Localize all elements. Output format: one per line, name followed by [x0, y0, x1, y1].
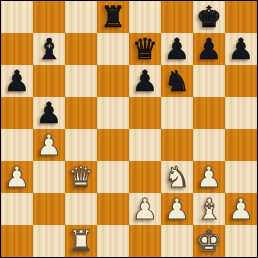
square-a4[interactable] — [1, 129, 33, 161]
square-g8[interactable]: ♚ — [193, 1, 225, 33]
white-knight[interactable]: ♞ — [161, 161, 193, 193]
square-b1[interactable] — [33, 225, 65, 257]
square-h8[interactable] — [225, 1, 257, 33]
square-c3[interactable]: ♛ — [65, 161, 97, 193]
square-b8[interactable] — [33, 1, 65, 33]
square-e6[interactable]: ♟ — [129, 65, 161, 97]
square-b2[interactable] — [33, 193, 65, 225]
white-pawn[interactable]: ♟ — [161, 193, 193, 225]
square-f8[interactable] — [161, 1, 193, 33]
square-c2[interactable] — [65, 193, 97, 225]
square-e4[interactable] — [129, 129, 161, 161]
square-a5[interactable] — [1, 97, 33, 129]
square-d5[interactable] — [97, 97, 129, 129]
square-d7[interactable] — [97, 33, 129, 65]
square-f3[interactable]: ♞ — [161, 161, 193, 193]
square-h1[interactable] — [225, 225, 257, 257]
square-d8[interactable]: ♜ — [97, 1, 129, 33]
white-king[interactable]: ♚ — [193, 225, 225, 257]
square-e1[interactable] — [129, 225, 161, 257]
square-e3[interactable] — [129, 161, 161, 193]
square-c1[interactable]: ♜ — [65, 225, 97, 257]
square-f5[interactable] — [161, 97, 193, 129]
square-g6[interactable] — [193, 65, 225, 97]
black-bishop[interactable]: ♝ — [33, 33, 65, 65]
square-e8[interactable] — [129, 1, 161, 33]
square-d6[interactable] — [97, 65, 129, 97]
square-c6[interactable] — [65, 65, 97, 97]
square-g4[interactable] — [193, 129, 225, 161]
square-b6[interactable] — [33, 65, 65, 97]
white-rook[interactable]: ♜ — [65, 225, 97, 257]
chess-board: ♜♚♝♛♟♟♟♟♟♞♟♟♟♛♞♟♟♟♝♟♜♚ — [1, 1, 257, 257]
square-d2[interactable] — [97, 193, 129, 225]
square-h4[interactable] — [225, 129, 257, 161]
black-rook[interactable]: ♜ — [97, 1, 129, 33]
square-g7[interactable]: ♟ — [193, 33, 225, 65]
black-pawn[interactable]: ♟ — [161, 33, 193, 65]
square-h5[interactable] — [225, 97, 257, 129]
square-a1[interactable] — [1, 225, 33, 257]
square-f4[interactable] — [161, 129, 193, 161]
square-g3[interactable]: ♟ — [193, 161, 225, 193]
square-c5[interactable] — [65, 97, 97, 129]
black-pawn[interactable]: ♟ — [225, 33, 257, 65]
black-pawn[interactable]: ♟ — [193, 33, 225, 65]
white-queen[interactable]: ♛ — [65, 161, 97, 193]
black-pawn[interactable]: ♟ — [33, 97, 65, 129]
square-c7[interactable] — [65, 33, 97, 65]
square-f1[interactable] — [161, 225, 193, 257]
square-b7[interactable]: ♝ — [33, 33, 65, 65]
square-d4[interactable] — [97, 129, 129, 161]
square-a7[interactable] — [1, 33, 33, 65]
white-pawn[interactable]: ♟ — [193, 161, 225, 193]
white-pawn[interactable]: ♟ — [129, 193, 161, 225]
white-pawn[interactable]: ♟ — [33, 129, 65, 161]
square-f7[interactable]: ♟ — [161, 33, 193, 65]
square-d3[interactable] — [97, 161, 129, 193]
white-bishop[interactable]: ♝ — [193, 193, 225, 225]
square-g1[interactable]: ♚ — [193, 225, 225, 257]
square-f6[interactable]: ♞ — [161, 65, 193, 97]
square-h3[interactable] — [225, 161, 257, 193]
square-b4[interactable]: ♟ — [33, 129, 65, 161]
square-g2[interactable]: ♝ — [193, 193, 225, 225]
square-g5[interactable] — [193, 97, 225, 129]
square-d1[interactable] — [97, 225, 129, 257]
black-queen[interactable]: ♛ — [129, 33, 161, 65]
black-king[interactable]: ♚ — [193, 1, 225, 33]
white-pawn[interactable]: ♟ — [225, 193, 257, 225]
square-b3[interactable] — [33, 161, 65, 193]
square-h6[interactable] — [225, 65, 257, 97]
white-pawn[interactable]: ♟ — [1, 161, 33, 193]
square-e7[interactable]: ♛ — [129, 33, 161, 65]
square-e2[interactable]: ♟ — [129, 193, 161, 225]
square-h7[interactable]: ♟ — [225, 33, 257, 65]
black-pawn[interactable]: ♟ — [1, 65, 33, 97]
square-b5[interactable]: ♟ — [33, 97, 65, 129]
square-a6[interactable]: ♟ — [1, 65, 33, 97]
board-frame: ♜♚♝♛♟♟♟♟♟♞♟♟♟♛♞♟♟♟♝♟♜♚ — [0, 0, 258, 258]
square-a8[interactable] — [1, 1, 33, 33]
square-a3[interactable]: ♟ — [1, 161, 33, 193]
square-e5[interactable] — [129, 97, 161, 129]
square-f2[interactable]: ♟ — [161, 193, 193, 225]
square-c4[interactable] — [65, 129, 97, 161]
square-c8[interactable] — [65, 1, 97, 33]
square-h2[interactable]: ♟ — [225, 193, 257, 225]
black-pawn[interactable]: ♟ — [129, 65, 161, 97]
square-a2[interactable] — [1, 193, 33, 225]
black-knight[interactable]: ♞ — [161, 65, 193, 97]
